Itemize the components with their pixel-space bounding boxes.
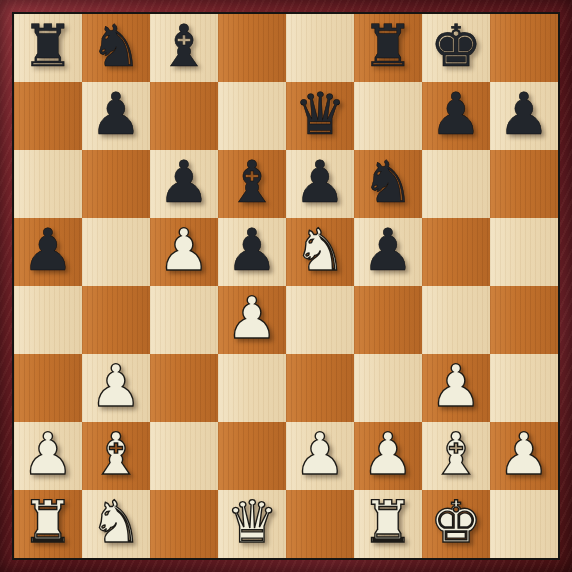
- white-pawn-f2[interactable]: ♟: [362, 425, 414, 483]
- black-knight-f6[interactable]: ♞: [362, 153, 414, 211]
- black-bishop-d6[interactable]: ♝: [226, 153, 278, 211]
- square-h3[interactable]: [490, 354, 558, 422]
- square-e1[interactable]: [286, 490, 354, 558]
- white-king-g1[interactable]: ♚: [430, 493, 482, 551]
- white-knight-e5[interactable]: ♞: [294, 221, 346, 279]
- square-a1[interactable]: ♜: [14, 490, 82, 558]
- square-d6[interactable]: ♝: [218, 150, 286, 218]
- square-f2[interactable]: ♟: [354, 422, 422, 490]
- square-d2[interactable]: [218, 422, 286, 490]
- square-f4[interactable]: [354, 286, 422, 354]
- square-f3[interactable]: [354, 354, 422, 422]
- chess-board: ♜♞♝♜♚♟♛♟♟♟♝♟♞♟♟♟♞♟♟♟♟♟♝♟♟♝♟♜♞♛♜♚: [12, 12, 560, 560]
- white-pawn-a2[interactable]: ♟: [22, 425, 74, 483]
- square-b1[interactable]: ♞: [82, 490, 150, 558]
- square-c6[interactable]: ♟: [150, 150, 218, 218]
- white-bishop-b2[interactable]: ♝: [90, 425, 142, 483]
- white-bishop-g2[interactable]: ♝: [430, 425, 482, 483]
- square-a5[interactable]: ♟: [14, 218, 82, 286]
- white-queen-d1[interactable]: ♛: [226, 493, 278, 551]
- square-d1[interactable]: ♛: [218, 490, 286, 558]
- square-f7[interactable]: [354, 82, 422, 150]
- white-rook-f1[interactable]: ♜: [362, 493, 414, 551]
- square-c2[interactable]: [150, 422, 218, 490]
- square-e4[interactable]: [286, 286, 354, 354]
- square-h4[interactable]: [490, 286, 558, 354]
- square-c1[interactable]: [150, 490, 218, 558]
- square-a6[interactable]: [14, 150, 82, 218]
- black-pawn-c6[interactable]: ♟: [158, 153, 210, 211]
- square-g3[interactable]: ♟: [422, 354, 490, 422]
- square-d7[interactable]: [218, 82, 286, 150]
- square-g2[interactable]: ♝: [422, 422, 490, 490]
- square-h7[interactable]: ♟: [490, 82, 558, 150]
- square-h1[interactable]: [490, 490, 558, 558]
- square-e7[interactable]: ♛: [286, 82, 354, 150]
- square-a3[interactable]: [14, 354, 82, 422]
- square-b3[interactable]: ♟: [82, 354, 150, 422]
- square-g6[interactable]: [422, 150, 490, 218]
- square-c3[interactable]: [150, 354, 218, 422]
- square-h6[interactable]: [490, 150, 558, 218]
- square-a7[interactable]: [14, 82, 82, 150]
- white-pawn-d4[interactable]: ♟: [226, 289, 278, 347]
- board-frame: ♜♞♝♜♚♟♛♟♟♟♝♟♞♟♟♟♞♟♟♟♟♟♝♟♟♝♟♜♞♛♜♚: [0, 0, 572, 572]
- square-b7[interactable]: ♟: [82, 82, 150, 150]
- square-c5[interactable]: ♟: [150, 218, 218, 286]
- black-queen-e7[interactable]: ♛: [294, 85, 346, 143]
- square-c7[interactable]: [150, 82, 218, 150]
- square-f5[interactable]: ♟: [354, 218, 422, 286]
- square-h2[interactable]: ♟: [490, 422, 558, 490]
- square-g1[interactable]: ♚: [422, 490, 490, 558]
- square-b2[interactable]: ♝: [82, 422, 150, 490]
- square-f8[interactable]: ♜: [354, 14, 422, 82]
- square-f1[interactable]: ♜: [354, 490, 422, 558]
- square-a8[interactable]: ♜: [14, 14, 82, 82]
- black-pawn-e6[interactable]: ♟: [294, 153, 346, 211]
- square-b4[interactable]: [82, 286, 150, 354]
- white-knight-b1[interactable]: ♞: [90, 493, 142, 551]
- square-c8[interactable]: ♝: [150, 14, 218, 82]
- black-king-g8[interactable]: ♚: [430, 17, 482, 75]
- square-d5[interactable]: ♟: [218, 218, 286, 286]
- square-h8[interactable]: [490, 14, 558, 82]
- square-b6[interactable]: [82, 150, 150, 218]
- square-c4[interactable]: [150, 286, 218, 354]
- square-d4[interactable]: ♟: [218, 286, 286, 354]
- square-a4[interactable]: [14, 286, 82, 354]
- square-g7[interactable]: ♟: [422, 82, 490, 150]
- square-b8[interactable]: ♞: [82, 14, 150, 82]
- white-pawn-c5[interactable]: ♟: [158, 221, 210, 279]
- square-a2[interactable]: ♟: [14, 422, 82, 490]
- black-knight-b8[interactable]: ♞: [90, 17, 142, 75]
- black-pawn-b7[interactable]: ♟: [90, 85, 142, 143]
- square-e6[interactable]: ♟: [286, 150, 354, 218]
- black-pawn-h7[interactable]: ♟: [498, 85, 550, 143]
- square-h5[interactable]: [490, 218, 558, 286]
- black-bishop-c8[interactable]: ♝: [158, 17, 210, 75]
- square-g4[interactable]: [422, 286, 490, 354]
- black-pawn-a5[interactable]: ♟: [22, 221, 74, 279]
- square-d3[interactable]: [218, 354, 286, 422]
- square-e8[interactable]: [286, 14, 354, 82]
- white-pawn-b3[interactable]: ♟: [90, 357, 142, 415]
- square-f6[interactable]: ♞: [354, 150, 422, 218]
- black-pawn-d5[interactable]: ♟: [226, 221, 278, 279]
- square-e5[interactable]: ♞: [286, 218, 354, 286]
- white-rook-a1[interactable]: ♜: [22, 493, 74, 551]
- square-d8[interactable]: [218, 14, 286, 82]
- white-pawn-e2[interactable]: ♟: [294, 425, 346, 483]
- square-g8[interactable]: ♚: [422, 14, 490, 82]
- square-e3[interactable]: [286, 354, 354, 422]
- black-pawn-g7[interactable]: ♟: [430, 85, 482, 143]
- square-g5[interactable]: [422, 218, 490, 286]
- black-rook-a8[interactable]: ♜: [22, 17, 74, 75]
- square-e2[interactable]: ♟: [286, 422, 354, 490]
- white-pawn-g3[interactable]: ♟: [430, 357, 482, 415]
- square-b5[interactable]: [82, 218, 150, 286]
- black-pawn-f5[interactable]: ♟: [362, 221, 414, 279]
- white-pawn-h2[interactable]: ♟: [498, 425, 550, 483]
- black-rook-f8[interactable]: ♜: [362, 17, 414, 75]
